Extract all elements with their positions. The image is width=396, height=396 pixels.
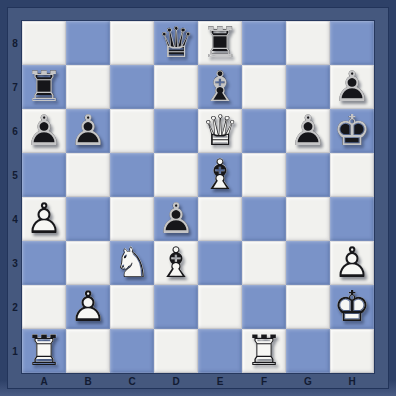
- piece-black-pawn[interactable]: ♟♙: [22, 109, 66, 153]
- square-g6[interactable]: ♟♙: [286, 109, 330, 153]
- piece-white-knight[interactable]: ♞♘: [110, 241, 154, 285]
- square-h3[interactable]: ♟♙: [330, 241, 374, 285]
- piece-black-pawn[interactable]: ♟♙: [66, 109, 110, 153]
- square-a1[interactable]: ♜♖: [22, 329, 66, 373]
- square-f4[interactable]: [242, 197, 286, 241]
- square-e3[interactable]: [198, 241, 242, 285]
- piece-black-pawn[interactable]: ♟♙: [154, 197, 198, 241]
- piece-outline-glyph: ♙: [22, 109, 66, 153]
- piece-black-king[interactable]: ♚♔: [330, 109, 374, 153]
- square-a7[interactable]: ♜♖: [22, 65, 66, 109]
- square-c7[interactable]: [110, 65, 154, 109]
- file-label-a: A: [22, 373, 66, 390]
- piece-outline-glyph: ♗: [198, 65, 242, 109]
- square-d2[interactable]: [154, 285, 198, 329]
- piece-black-pawn[interactable]: ♟♙: [286, 109, 330, 153]
- file-label-h: H: [330, 373, 374, 390]
- file-label-f: F: [242, 373, 286, 390]
- file-label-e: E: [198, 373, 242, 390]
- piece-white-rook[interactable]: ♜♖: [242, 329, 286, 373]
- square-g8[interactable]: [286, 21, 330, 65]
- square-g3[interactable]: [286, 241, 330, 285]
- square-g1[interactable]: [286, 329, 330, 373]
- square-g2[interactable]: [286, 285, 330, 329]
- square-a3[interactable]: [22, 241, 66, 285]
- piece-white-rook[interactable]: ♜♖: [22, 329, 66, 373]
- piece-black-bishop[interactable]: ♝♗: [198, 65, 242, 109]
- piece-white-pawn[interactable]: ♟♙: [22, 197, 66, 241]
- square-e6[interactable]: ♛♕: [198, 109, 242, 153]
- square-c5[interactable]: [110, 153, 154, 197]
- square-c1[interactable]: [110, 329, 154, 373]
- square-f5[interactable]: [242, 153, 286, 197]
- rank-label-4: 4: [8, 197, 22, 241]
- rank-label-6: 6: [8, 109, 22, 153]
- piece-outline-glyph: ♙: [66, 285, 110, 329]
- piece-black-queen[interactable]: ♛♕: [154, 21, 198, 65]
- square-f1[interactable]: ♜♖: [242, 329, 286, 373]
- square-h6[interactable]: ♚♔: [330, 109, 374, 153]
- piece-outline-glyph: ♔: [330, 109, 374, 153]
- square-h7[interactable]: ♟♙: [330, 65, 374, 109]
- piece-outline-glyph: ♙: [330, 241, 374, 285]
- square-g5[interactable]: [286, 153, 330, 197]
- square-d5[interactable]: [154, 153, 198, 197]
- square-a4[interactable]: ♟♙: [22, 197, 66, 241]
- rank-label-7: 7: [8, 65, 22, 109]
- rank-labels: 87654321: [8, 21, 22, 373]
- chess-diagram: 87654321 ♛♕♜♖♜♖♝♗♟♙♟♙♟♙♛♕♟♙♚♔♝♗♟♙♟♙♞♘♝♗♟…: [0, 0, 396, 396]
- square-h1[interactable]: [330, 329, 374, 373]
- square-f3[interactable]: [242, 241, 286, 285]
- piece-outline-glyph: ♕: [198, 109, 242, 153]
- file-label-b: B: [66, 373, 110, 390]
- chess-board: ♛♕♜♖♜♖♝♗♟♙♟♙♟♙♛♕♟♙♚♔♝♗♟♙♟♙♞♘♝♗♟♙♟♙♚♔♜♖♜♖: [22, 21, 374, 373]
- square-a6[interactable]: ♟♙: [22, 109, 66, 153]
- square-a8[interactable]: [22, 21, 66, 65]
- square-e4[interactable]: [198, 197, 242, 241]
- square-b5[interactable]: [66, 153, 110, 197]
- square-d8[interactable]: ♛♕: [154, 21, 198, 65]
- square-h4[interactable]: [330, 197, 374, 241]
- piece-outline-glyph: ♙: [286, 109, 330, 153]
- piece-outline-glyph: ♖: [242, 329, 286, 373]
- square-b7[interactable]: [66, 65, 110, 109]
- square-e5[interactable]: ♝♗: [198, 153, 242, 197]
- file-label-g: G: [286, 373, 330, 390]
- square-a5[interactable]: [22, 153, 66, 197]
- square-e8[interactable]: ♜♖: [198, 21, 242, 65]
- piece-outline-glyph: ♔: [330, 285, 374, 329]
- square-g7[interactable]: [286, 65, 330, 109]
- board-margin: 87654321 ♛♕♜♖♜♖♝♗♟♙♟♙♟♙♛♕♟♙♚♔♝♗♟♙♟♙♞♘♝♗♟…: [8, 8, 388, 388]
- piece-outline-glyph: ♖: [198, 21, 242, 65]
- piece-outline-glyph: ♙: [22, 197, 66, 241]
- square-d1[interactable]: [154, 329, 198, 373]
- square-c3[interactable]: ♞♘: [110, 241, 154, 285]
- square-d4[interactable]: ♟♙: [154, 197, 198, 241]
- piece-outline-glyph: ♖: [22, 329, 66, 373]
- piece-black-rook[interactable]: ♜♖: [198, 21, 242, 65]
- piece-white-king[interactable]: ♚♔: [330, 285, 374, 329]
- piece-outline-glyph: ♗: [198, 153, 242, 197]
- square-f7[interactable]: [242, 65, 286, 109]
- square-b6[interactable]: ♟♙: [66, 109, 110, 153]
- square-b2[interactable]: ♟♙: [66, 285, 110, 329]
- square-b4[interactable]: [66, 197, 110, 241]
- piece-white-bishop[interactable]: ♝♗: [198, 153, 242, 197]
- square-g4[interactable]: [286, 197, 330, 241]
- file-label-d: D: [154, 373, 198, 390]
- square-b8[interactable]: [66, 21, 110, 65]
- square-e1[interactable]: [198, 329, 242, 373]
- piece-outline-glyph: ♗: [154, 241, 198, 285]
- piece-outline-glyph: ♕: [154, 21, 198, 65]
- piece-outline-glyph: ♙: [154, 197, 198, 241]
- square-c8[interactable]: [110, 21, 154, 65]
- board-frame: 87654321 ♛♕♜♖♜♖♝♗♟♙♟♙♟♙♛♕♟♙♚♔♝♗♟♙♟♙♞♘♝♗♟…: [0, 0, 396, 396]
- piece-white-bishop[interactable]: ♝♗: [154, 241, 198, 285]
- square-a2[interactable]: [22, 285, 66, 329]
- square-d3[interactable]: ♝♗: [154, 241, 198, 285]
- square-h5[interactable]: [330, 153, 374, 197]
- piece-white-pawn[interactable]: ♟♙: [66, 285, 110, 329]
- square-f6[interactable]: [242, 109, 286, 153]
- square-h8[interactable]: [330, 21, 374, 65]
- rank-label-3: 3: [8, 241, 22, 285]
- file-label-c: C: [110, 373, 154, 390]
- piece-outline-glyph: ♖: [22, 65, 66, 109]
- square-e7[interactable]: ♝♗: [198, 65, 242, 109]
- rank-label-5: 5: [8, 153, 22, 197]
- piece-outline-glyph: ♙: [66, 109, 110, 153]
- piece-outline-glyph: ♘: [110, 241, 154, 285]
- piece-white-queen[interactable]: ♛♕: [198, 109, 242, 153]
- rank-label-1: 1: [8, 329, 22, 373]
- square-c4[interactable]: [110, 197, 154, 241]
- piece-outline-glyph: ♙: [330, 65, 374, 109]
- square-b1[interactable]: [66, 329, 110, 373]
- square-h2[interactable]: ♚♔: [330, 285, 374, 329]
- square-c2[interactable]: [110, 285, 154, 329]
- square-e2[interactable]: [198, 285, 242, 329]
- piece-black-pawn[interactable]: ♟♙: [330, 65, 374, 109]
- rank-label-2: 2: [8, 285, 22, 329]
- rank-label-8: 8: [8, 21, 22, 65]
- square-f2[interactable]: [242, 285, 286, 329]
- square-c6[interactable]: [110, 109, 154, 153]
- piece-white-pawn[interactable]: ♟♙: [330, 241, 374, 285]
- square-d7[interactable]: [154, 65, 198, 109]
- file-labels: ABCDEFGH: [22, 373, 374, 390]
- piece-black-rook[interactable]: ♜♖: [22, 65, 66, 109]
- square-d6[interactable]: [154, 109, 198, 153]
- square-b3[interactable]: [66, 241, 110, 285]
- square-f8[interactable]: [242, 21, 286, 65]
